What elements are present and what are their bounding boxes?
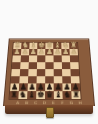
white-pawn-piece: ♟ bbox=[21, 47, 29, 56]
square-d2[interactable]: ♟ bbox=[36, 84, 45, 92]
square-e2[interactable]: ♟ bbox=[45, 84, 54, 92]
square-b6[interactable] bbox=[21, 56, 30, 63]
white-queen-piece: ♛ bbox=[45, 40, 53, 49]
white-pawn-piece: ♟ bbox=[70, 47, 78, 56]
square-g4[interactable] bbox=[62, 69, 71, 76]
square-h4[interactable] bbox=[70, 69, 79, 76]
white-rook-piece: ♜ bbox=[13, 40, 21, 49]
square-b1[interactable]: ♞ bbox=[18, 91, 27, 99]
square-f3[interactable] bbox=[54, 76, 63, 83]
square-h2[interactable]: ♟ bbox=[71, 84, 80, 92]
black-pawn-piece: ♟ bbox=[36, 82, 45, 92]
white-bishop-piece: ♝ bbox=[29, 40, 37, 49]
black-rook-piece: ♜ bbox=[10, 89, 19, 99]
square-e5[interactable] bbox=[45, 62, 53, 69]
black-pawn-piece: ♟ bbox=[63, 82, 72, 92]
square-b2[interactable]: ♟ bbox=[19, 84, 28, 92]
square-a2[interactable]: ♟ bbox=[10, 84, 19, 92]
square-g5[interactable] bbox=[62, 62, 71, 69]
square-d4[interactable] bbox=[37, 69, 46, 76]
product-photo-scene: ♜♞♝♚♛♝♞♜♟♟♟♟♟♟♟♟♟♟♟♟♟♟♟♟♜♞♝♚♛♝♞♜ ABCDEFG… bbox=[0, 0, 98, 124]
square-b4[interactable] bbox=[20, 69, 29, 76]
square-f5[interactable] bbox=[54, 62, 62, 69]
white-pawn-piece: ♟ bbox=[29, 47, 37, 56]
square-b3[interactable] bbox=[19, 76, 28, 83]
black-pawn-piece: ♟ bbox=[71, 82, 80, 92]
square-g3[interactable] bbox=[62, 76, 71, 83]
square-c1[interactable]: ♝ bbox=[27, 91, 36, 99]
board-grid: ♜♞♝♚♛♝♞♜♟♟♟♟♟♟♟♟♟♟♟♟♟♟♟♟♜♞♝♚♛♝♞♜ bbox=[8, 42, 81, 100]
square-e3[interactable] bbox=[45, 76, 54, 83]
square-g6[interactable] bbox=[62, 56, 70, 63]
black-knight-piece: ♞ bbox=[63, 89, 72, 99]
black-bishop-piece: ♝ bbox=[27, 89, 36, 99]
white-king-piece: ♚ bbox=[37, 40, 45, 49]
square-d3[interactable] bbox=[37, 76, 46, 83]
white-pawn-piece: ♟ bbox=[45, 47, 53, 56]
square-c4[interactable] bbox=[28, 69, 37, 76]
black-pawn-piece: ♟ bbox=[10, 82, 19, 92]
square-e4[interactable] bbox=[45, 69, 53, 76]
black-pawn-piece: ♟ bbox=[28, 82, 37, 92]
square-g1[interactable]: ♞ bbox=[63, 91, 72, 99]
square-g2[interactable]: ♟ bbox=[62, 84, 71, 92]
square-c5[interactable] bbox=[29, 62, 38, 69]
black-queen-piece: ♛ bbox=[45, 89, 54, 99]
square-h5[interactable] bbox=[70, 62, 79, 69]
box-front-edge bbox=[5, 105, 93, 114]
black-king-piece: ♚ bbox=[36, 89, 45, 99]
board-frame: ♜♞♝♚♛♝♞♜♟♟♟♟♟♟♟♟♟♟♟♟♟♟♟♟♜♞♝♚♛♝♞♜ ABCDEFG… bbox=[3, 38, 95, 106]
brass-clasp-icon bbox=[46, 107, 54, 118]
square-f2[interactable]: ♟ bbox=[54, 84, 63, 92]
square-h3[interactable] bbox=[71, 76, 80, 83]
square-d6[interactable] bbox=[37, 56, 45, 63]
square-d1[interactable]: ♚ bbox=[36, 91, 45, 99]
square-c2[interactable]: ♟ bbox=[28, 84, 37, 92]
square-f4[interactable] bbox=[54, 69, 63, 76]
white-pawn-piece: ♟ bbox=[13, 47, 21, 56]
square-b5[interactable] bbox=[20, 62, 29, 69]
chess-box: ♜♞♝♚♛♝♞♜♟♟♟♟♟♟♟♟♟♟♟♟♟♟♟♟♜♞♝♚♛♝♞♜ ABCDEFG… bbox=[0, 20, 98, 114]
white-knight-piece: ♞ bbox=[21, 40, 29, 49]
square-f1[interactable]: ♝ bbox=[54, 91, 63, 99]
white-rook-piece: ♜ bbox=[69, 40, 77, 49]
square-f6[interactable] bbox=[54, 56, 62, 63]
black-rook-piece: ♜ bbox=[72, 89, 81, 99]
square-e6[interactable] bbox=[45, 56, 53, 63]
square-c3[interactable] bbox=[28, 76, 37, 83]
white-pawn-piece: ♟ bbox=[37, 47, 45, 56]
square-d5[interactable] bbox=[37, 62, 45, 69]
black-bishop-piece: ♝ bbox=[54, 89, 63, 99]
black-pawn-piece: ♟ bbox=[45, 82, 54, 92]
black-pawn-piece: ♟ bbox=[54, 82, 63, 92]
square-e1[interactable]: ♛ bbox=[45, 91, 54, 99]
black-pawn-piece: ♟ bbox=[19, 82, 28, 92]
black-knight-piece: ♞ bbox=[18, 89, 27, 99]
square-c6[interactable] bbox=[29, 56, 37, 63]
square-h6[interactable] bbox=[70, 56, 79, 63]
white-bishop-piece: ♝ bbox=[53, 40, 61, 49]
white-pawn-piece: ♟ bbox=[54, 47, 62, 56]
square-h1[interactable]: ♜ bbox=[71, 91, 80, 99]
